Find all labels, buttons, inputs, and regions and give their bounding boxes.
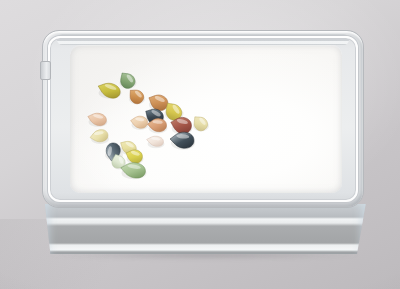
gem-2: [116, 69, 137, 91]
gems-layer: [0, 0, 400, 289]
gem-3: [126, 86, 147, 107]
gem-1: [96, 79, 122, 100]
gem-13: [86, 111, 107, 128]
gem-10: [190, 113, 210, 134]
photo-gem-display-box: [0, 0, 400, 289]
